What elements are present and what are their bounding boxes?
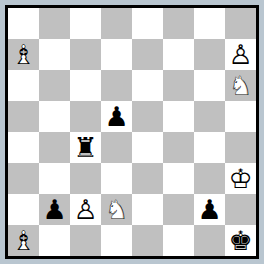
square-h7[interactable]: ♟♙ xyxy=(225,39,256,70)
square-d4[interactable] xyxy=(101,132,132,163)
square-a1[interactable]: ♝♗ xyxy=(8,225,39,256)
square-c4[interactable]: ♜ xyxy=(70,132,101,163)
square-a7[interactable]: ♝♗ xyxy=(8,39,39,70)
square-h3[interactable]: ♚♔ xyxy=(225,163,256,194)
square-g1[interactable] xyxy=(194,225,225,256)
white-pawn-fill: ♟ xyxy=(70,194,101,225)
white-bishop-fill: ♝ xyxy=(8,39,39,70)
white-bishop-a7: ♗ xyxy=(8,39,39,70)
square-h1[interactable]: ♚ xyxy=(225,225,256,256)
square-f3[interactable] xyxy=(163,163,194,194)
black-rook-c4: ♜ xyxy=(70,132,101,163)
white-king-h3: ♔ xyxy=(225,163,256,194)
square-b8[interactable] xyxy=(39,8,70,39)
square-c6[interactable] xyxy=(70,70,101,101)
square-a8[interactable] xyxy=(8,8,39,39)
white-king-fill: ♚ xyxy=(225,163,256,194)
square-e8[interactable] xyxy=(132,8,163,39)
square-e3[interactable] xyxy=(132,163,163,194)
square-f2[interactable] xyxy=(163,194,194,225)
square-d7[interactable] xyxy=(101,39,132,70)
square-e1[interactable] xyxy=(132,225,163,256)
square-c3[interactable] xyxy=(70,163,101,194)
square-b6[interactable] xyxy=(39,70,70,101)
black-pawn-b2: ♟ xyxy=(39,194,70,225)
square-d5[interactable]: ♟ xyxy=(101,101,132,132)
square-b5[interactable] xyxy=(39,101,70,132)
square-f1[interactable] xyxy=(163,225,194,256)
white-knight-h6: ♘ xyxy=(225,70,256,101)
square-e4[interactable] xyxy=(132,132,163,163)
chess-board-grid: ♝♗♟♙♞♘♟♜♚♔♟♟♙♞♘♟♝♗♚ xyxy=(8,8,256,256)
square-h4[interactable] xyxy=(225,132,256,163)
square-h8[interactable] xyxy=(225,8,256,39)
square-h2[interactable] xyxy=(225,194,256,225)
square-e7[interactable] xyxy=(132,39,163,70)
black-king-h1: ♚ xyxy=(225,225,256,256)
square-d6[interactable] xyxy=(101,70,132,101)
square-b2[interactable]: ♟ xyxy=(39,194,70,225)
square-c8[interactable] xyxy=(70,8,101,39)
square-a6[interactable] xyxy=(8,70,39,101)
black-pawn-g2: ♟ xyxy=(194,194,225,225)
square-b4[interactable] xyxy=(39,132,70,163)
square-g2[interactable]: ♟ xyxy=(194,194,225,225)
white-knight-d2: ♘ xyxy=(101,194,132,225)
square-g7[interactable] xyxy=(194,39,225,70)
white-pawn-c2: ♙ xyxy=(70,194,101,225)
square-c7[interactable] xyxy=(70,39,101,70)
square-d3[interactable] xyxy=(101,163,132,194)
chess-diagram: ♝♗♟♙♞♘♟♜♚♔♟♟♙♞♘♟♝♗♚ xyxy=(0,0,264,264)
square-f5[interactable] xyxy=(163,101,194,132)
square-c1[interactable] xyxy=(70,225,101,256)
square-a4[interactable] xyxy=(8,132,39,163)
square-f8[interactable] xyxy=(163,8,194,39)
square-g4[interactable] xyxy=(194,132,225,163)
square-f4[interactable] xyxy=(163,132,194,163)
square-h5[interactable] xyxy=(225,101,256,132)
chessboard-frame: ♝♗♟♙♞♘♟♜♚♔♟♟♙♞♘♟♝♗♚ xyxy=(5,5,259,259)
square-e2[interactable] xyxy=(132,194,163,225)
square-a5[interactable] xyxy=(8,101,39,132)
square-e5[interactable] xyxy=(132,101,163,132)
square-b7[interactable] xyxy=(39,39,70,70)
white-bishop-a1: ♗ xyxy=(8,225,39,256)
white-knight-fill: ♞ xyxy=(101,194,132,225)
white-knight-fill: ♞ xyxy=(225,70,256,101)
square-h6[interactable]: ♞♘ xyxy=(225,70,256,101)
square-b3[interactable] xyxy=(39,163,70,194)
square-f6[interactable] xyxy=(163,70,194,101)
square-a3[interactable] xyxy=(8,163,39,194)
square-c2[interactable]: ♟♙ xyxy=(70,194,101,225)
white-pawn-h7: ♙ xyxy=(225,39,256,70)
square-g8[interactable] xyxy=(194,8,225,39)
white-pawn-fill: ♟ xyxy=(225,39,256,70)
white-bishop-fill: ♝ xyxy=(8,225,39,256)
square-e6[interactable] xyxy=(132,70,163,101)
square-a2[interactable] xyxy=(8,194,39,225)
black-pawn-d5: ♟ xyxy=(101,101,132,132)
square-d8[interactable] xyxy=(101,8,132,39)
square-g5[interactable] xyxy=(194,101,225,132)
square-d2[interactable]: ♞♘ xyxy=(101,194,132,225)
square-c5[interactable] xyxy=(70,101,101,132)
square-g6[interactable] xyxy=(194,70,225,101)
square-b1[interactable] xyxy=(39,225,70,256)
square-g3[interactable] xyxy=(194,163,225,194)
square-f7[interactable] xyxy=(163,39,194,70)
square-d1[interactable] xyxy=(101,225,132,256)
